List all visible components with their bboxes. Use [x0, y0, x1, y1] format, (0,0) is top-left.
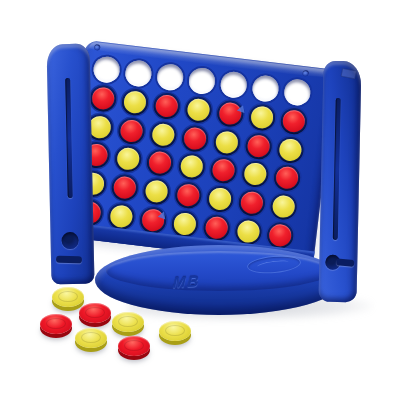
yellow-disc [144, 179, 168, 203]
right-support-rail [318, 61, 361, 303]
filled-hole [174, 181, 203, 210]
filled-hole [145, 149, 174, 178]
molded-arrow-icon [236, 105, 244, 114]
empty-hole [188, 67, 217, 96]
filled-hole [216, 99, 245, 128]
red-disc [183, 126, 207, 150]
yellow-disc [271, 194, 295, 218]
red-disc [176, 183, 200, 207]
cell-r2-c7 [276, 105, 311, 137]
left-rail-foot-hole [61, 232, 78, 249]
filled-hole [276, 135, 305, 164]
filled-hole [248, 103, 277, 132]
yellow-disc [278, 138, 302, 162]
yellow-disc [173, 211, 197, 235]
empty-hole [156, 63, 185, 92]
filled-hole [170, 209, 199, 238]
red-disc [154, 94, 178, 118]
loose-red-disc [40, 314, 72, 334]
yellow-disc [151, 122, 175, 146]
left-support-rail [46, 44, 94, 285]
yellow-disc [208, 187, 232, 211]
yellow-disc [236, 219, 260, 243]
red-disc [240, 191, 264, 215]
cell-r1-c5 [216, 68, 251, 102]
yellow-disc [186, 98, 210, 122]
filled-hole [234, 217, 263, 246]
loose-red-disc [118, 336, 150, 356]
loose-yellow-disc [112, 312, 144, 332]
yellow-disc [215, 130, 239, 154]
connect-four-product-photo: MB [0, 0, 400, 400]
empty-hole [251, 74, 280, 103]
cell-r5-c7 [266, 191, 301, 223]
filled-hole [269, 192, 298, 221]
cell-r4-c5 [206, 155, 241, 187]
filled-hole [273, 164, 302, 193]
filled-hole [114, 145, 143, 174]
red-disc [268, 223, 292, 247]
red-disc [91, 87, 115, 111]
cell-r4-c2 [111, 143, 146, 175]
cell-r5-c5 [203, 183, 238, 215]
yellow-disc [116, 147, 140, 171]
base-tray-top [106, 251, 332, 291]
loose-red-disc [79, 303, 111, 323]
filled-hole [206, 185, 235, 214]
yellow-disc [250, 105, 274, 129]
cell-r1-c6 [248, 72, 283, 106]
cell-r1-c2 [121, 57, 156, 91]
filled-hole [202, 213, 231, 242]
filled-hole [181, 124, 210, 153]
cell-r2-c5 [213, 98, 248, 130]
cell-r2-c3 [149, 90, 184, 122]
embossed-mb-text: MB [173, 272, 201, 291]
filled-hole [241, 160, 270, 189]
cell-r5-c3 [139, 175, 174, 207]
game-board [63, 40, 337, 266]
hinge-pin [302, 70, 309, 77]
filled-hole [139, 205, 168, 234]
cell-r1-c4 [184, 64, 219, 98]
cell-r4-c6 [238, 158, 273, 190]
cell-r1-c1 [89, 53, 124, 87]
yellow-disc [109, 204, 133, 228]
cell-r3-c7 [273, 134, 308, 166]
red-disc [282, 109, 306, 133]
cell-r2-c6 [244, 102, 279, 134]
cell-r3-c4 [178, 122, 213, 154]
filled-hole [209, 156, 238, 185]
filled-hole [110, 173, 139, 202]
base-tray: MB [95, 245, 343, 315]
yellow-disc [123, 90, 147, 114]
yellow-disc [243, 162, 267, 186]
left-rail-slot [65, 78, 73, 198]
filled-hole [89, 84, 118, 113]
filled-hole [117, 116, 146, 145]
molded-stamp [341, 68, 357, 80]
cell-r4-c3 [142, 147, 177, 179]
cell-r3-c5 [209, 126, 244, 158]
empty-hole [283, 78, 312, 107]
filled-hole [107, 202, 136, 231]
loose-yellow-disc [159, 321, 191, 341]
cell-r2-c4 [181, 94, 216, 126]
loose-yellow-disc [52, 287, 84, 307]
filled-hole [266, 221, 295, 250]
empty-hole [92, 55, 121, 84]
loose-yellow-disc [75, 328, 107, 348]
filled-hole [142, 177, 171, 206]
cell-r1-c7 [280, 76, 315, 110]
cell-r5-c6 [234, 187, 269, 219]
red-disc [246, 134, 270, 158]
cell-r3-c6 [241, 130, 276, 162]
cell-r5-c2 [107, 172, 142, 204]
filled-hole [120, 88, 149, 117]
filled-hole [184, 96, 213, 125]
cell-r1-c3 [153, 60, 188, 94]
filled-hole [212, 128, 241, 157]
board-grid [72, 53, 315, 251]
red-disc [148, 151, 172, 175]
molded-arrow-icon [157, 212, 165, 221]
cell-r3-c2 [114, 115, 149, 147]
filled-hole [237, 188, 266, 217]
cell-r3-c3 [146, 119, 181, 151]
filled-hole [152, 92, 181, 121]
filled-hole [244, 132, 273, 161]
red-disc [211, 158, 235, 182]
red-disc [119, 119, 143, 143]
cell-r4-c4 [174, 151, 209, 183]
yellow-disc [179, 155, 203, 179]
red-disc [204, 215, 228, 239]
cell-r2-c2 [117, 86, 152, 118]
filled-hole [149, 120, 178, 149]
red-disc [113, 175, 137, 199]
empty-hole [219, 70, 248, 99]
filled-hole [279, 107, 308, 136]
left-rail-foot-notch [56, 256, 82, 264]
right-rail-foot-notch [336, 258, 355, 267]
filled-hole [177, 152, 206, 181]
empty-hole [124, 59, 153, 88]
hinge-pin [94, 44, 101, 51]
right-rail-slot [333, 98, 341, 240]
red-disc [275, 166, 299, 190]
cell-r4-c7 [269, 162, 304, 194]
cell-r5-c4 [171, 179, 206, 211]
